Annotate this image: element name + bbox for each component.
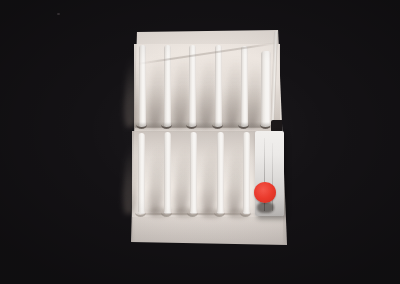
photo-stage <box>0 0 400 284</box>
paper-fin <box>261 51 271 127</box>
paper-fin <box>138 133 145 214</box>
paper-fin <box>217 132 224 214</box>
fin-base-curl <box>135 208 146 217</box>
paper-fin <box>190 132 197 214</box>
fin-base-curl <box>161 208 172 217</box>
flap-dark-smudge <box>257 202 274 213</box>
paper-fin <box>164 132 171 214</box>
dust-speck <box>57 13 60 15</box>
paper-fin <box>189 45 196 127</box>
red-dot-sticker <box>254 182 276 203</box>
fin-base-curl <box>240 208 251 217</box>
paper-fin <box>241 46 248 127</box>
paper-fin <box>139 45 146 127</box>
paper-fin <box>243 132 250 214</box>
fin-base-curl <box>214 208 225 217</box>
card-bottom-band <box>133 216 283 242</box>
fin-base-curl <box>187 208 198 217</box>
paper-fin <box>215 45 222 127</box>
